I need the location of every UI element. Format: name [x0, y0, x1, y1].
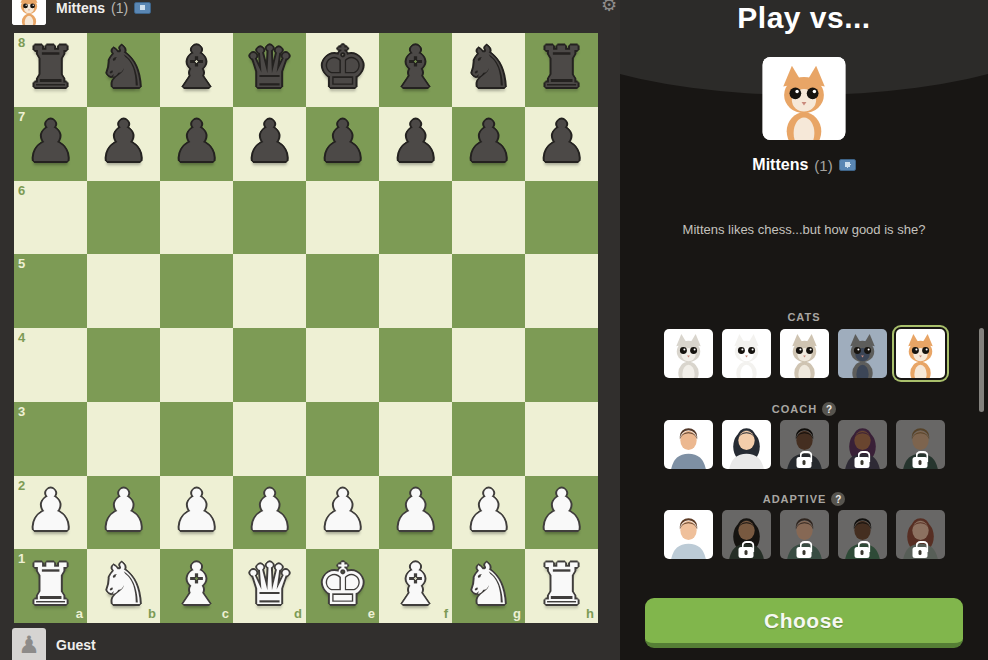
square-c3[interactable] — [160, 402, 233, 476]
black-rook-h8[interactable]: ♜ — [536, 39, 587, 96]
settings-gear-icon[interactable]: ⚙ — [601, 0, 617, 15]
section-label-row-cats: CATS — [620, 311, 988, 323]
coach-1-image — [664, 420, 713, 469]
square-h4[interactable] — [525, 328, 598, 402]
square-c5[interactable] — [160, 254, 233, 328]
square-d8[interactable]: ♛ — [233, 33, 306, 107]
mittens-image — [896, 329, 945, 378]
square-c1[interactable]: c♝ — [160, 549, 233, 623]
square-h8[interactable]: ♜ — [525, 33, 598, 107]
file-label-d: d — [294, 607, 302, 620]
help-icon[interactable]: ? — [822, 402, 836, 416]
square-f5[interactable] — [379, 254, 452, 328]
board-area: Mittens (1) ⚙ 8♜♞♝♛♚♝♞♜7♟♟♟♟♟♟♟♟65432♟♟♟… — [0, 0, 620, 660]
bottom-player-bar: ♟ Guest — [12, 628, 96, 660]
black-bishop-f8[interactable]: ♝ — [390, 39, 441, 96]
square-e2[interactable]: ♟ — [306, 476, 379, 550]
square-c2[interactable]: ♟ — [160, 476, 233, 550]
section-label-row-coach: COACH? — [620, 402, 988, 416]
square-g1[interactable]: g♞ — [452, 549, 525, 623]
panel-scrollbar[interactable] — [979, 328, 984, 412]
bot-avatar-coach-5[interactable] — [896, 420, 945, 469]
square-g3[interactable] — [452, 402, 525, 476]
section-label: COACH — [772, 403, 817, 415]
square-d3[interactable] — [233, 402, 306, 476]
bot-avatar-adaptive-2[interactable] — [722, 510, 771, 559]
lock-icon — [797, 547, 812, 558]
square-a1[interactable]: 1a♜ — [14, 549, 87, 623]
bot-avatar-adaptive-4[interactable] — [838, 510, 887, 559]
black-pawn-a7[interactable]: ♟ — [25, 113, 76, 170]
play-vs-panel: Play vs... Mittens (1) Mittens likes che… — [620, 0, 988, 660]
bot-avatar-white-cat[interactable] — [722, 329, 771, 378]
black-pawn-b7[interactable]: ♟ — [98, 113, 149, 170]
guest-name: Guest — [56, 637, 96, 653]
square-b4[interactable] — [87, 328, 160, 402]
bot-avatar-gray-white-cat[interactable] — [664, 329, 713, 378]
coach-2-image — [722, 420, 771, 469]
square-e8[interactable]: ♚ — [306, 33, 379, 107]
square-b8[interactable]: ♞ — [87, 33, 160, 107]
file-label-b: b — [148, 607, 156, 620]
guest-name-row: Guest — [56, 637, 96, 653]
square-c7[interactable]: ♟ — [160, 107, 233, 181]
square-a6[interactable]: 6 — [14, 181, 87, 255]
square-a3[interactable]: 3 — [14, 402, 87, 476]
square-e7[interactable]: ♟ — [306, 107, 379, 181]
avatar-row-adaptive — [620, 510, 988, 559]
square-f4[interactable] — [379, 328, 452, 402]
black-king-e8[interactable]: ♚ — [317, 39, 368, 96]
bot-avatar-adaptive-1[interactable] — [664, 510, 713, 559]
black-pawn-g7[interactable]: ♟ — [463, 113, 514, 170]
white-knight-g1[interactable]: ♞ — [463, 556, 514, 613]
black-bishop-c8[interactable]: ♝ — [171, 39, 222, 96]
white-pawn-b2[interactable]: ♟ — [98, 482, 149, 539]
section-label-row-adaptive: ADAPTIVE? — [620, 492, 988, 506]
grumpy-cat-image — [780, 329, 829, 378]
square-f3[interactable] — [379, 402, 452, 476]
gray-white-cat-image — [664, 329, 713, 378]
avatar-row-coach — [620, 420, 988, 469]
bot-avatar-coach-3[interactable] — [780, 420, 829, 469]
white-bishop-f1[interactable]: ♝ — [390, 556, 441, 613]
white-pawn-e2[interactable]: ♟ — [317, 482, 368, 539]
square-d2[interactable]: ♟ — [233, 476, 306, 550]
bot-rating: (1) — [814, 157, 832, 174]
rank-label-4: 4 — [18, 331, 25, 344]
square-f7[interactable]: ♟ — [379, 107, 452, 181]
section-label: ADAPTIVE — [763, 493, 827, 505]
square-d6[interactable] — [233, 181, 306, 255]
bot-avatar-coach-4[interactable] — [838, 420, 887, 469]
square-h6[interactable] — [525, 181, 598, 255]
bot-name: Mittens — [752, 156, 808, 174]
black-knight-b8[interactable]: ♞ — [98, 39, 149, 96]
square-a7[interactable]: 7♟ — [14, 107, 87, 181]
avatar-row-cats — [620, 329, 988, 378]
square-g6[interactable] — [452, 181, 525, 255]
lock-icon — [739, 547, 754, 558]
square-b1[interactable]: b♞ — [87, 549, 160, 623]
square-h5[interactable] — [525, 254, 598, 328]
square-b6[interactable] — [87, 181, 160, 255]
square-h3[interactable] — [525, 402, 598, 476]
white-king-e1[interactable]: ♚ — [317, 556, 368, 613]
white-queen-d1[interactable]: ♛ — [244, 556, 295, 613]
black-pawn-f7[interactable]: ♟ — [390, 113, 441, 170]
square-b7[interactable]: ♟ — [87, 107, 160, 181]
white-pawn-c2[interactable]: ♟ — [171, 482, 222, 539]
square-b5[interactable] — [87, 254, 160, 328]
black-knight-g8[interactable]: ♞ — [463, 39, 514, 96]
bot-portrait-mittens — [763, 57, 846, 140]
top-player-bar: Mittens (1) — [12, 0, 151, 25]
black-pawn-c7[interactable]: ♟ — [171, 113, 222, 170]
square-c8[interactable]: ♝ — [160, 33, 233, 107]
square-f1[interactable]: f♝ — [379, 549, 452, 623]
section-label: CATS — [787, 311, 820, 323]
white-pawn-d2[interactable]: ♟ — [244, 482, 295, 539]
square-g2[interactable]: ♟ — [452, 476, 525, 550]
chess-board[interactable]: 8♜♞♝♛♚♝♞♜7♟♟♟♟♟♟♟♟65432♟♟♟♟♟♟♟♟1a♜b♞c♝d♛… — [14, 33, 598, 623]
white-bishop-c1[interactable]: ♝ — [171, 556, 222, 613]
square-g7[interactable]: ♟ — [452, 107, 525, 181]
bot-avatar-coach-1[interactable] — [664, 420, 713, 469]
black-pawn-h7[interactable]: ♟ — [536, 113, 587, 170]
guest-avatar[interactable]: ♟ — [12, 628, 46, 660]
white-pawn-f2[interactable]: ♟ — [390, 482, 441, 539]
file-label-e: e — [368, 607, 375, 620]
black-rook-a8[interactable]: ♜ — [25, 39, 76, 96]
opponent-rating: (1) — [111, 0, 128, 16]
lock-icon — [913, 547, 928, 558]
square-b2[interactable]: ♟ — [87, 476, 160, 550]
square-b3[interactable] — [87, 402, 160, 476]
black-pawn-e7[interactable]: ♟ — [317, 113, 368, 170]
bot-avatar-business-cat[interactable] — [838, 329, 887, 378]
square-d7[interactable]: ♟ — [233, 107, 306, 181]
rank-label-6: 6 — [18, 184, 25, 197]
white-rook-h1[interactable]: ♜ — [536, 556, 587, 613]
lock-icon — [855, 457, 870, 468]
opponent-name-row: Mittens (1) — [56, 0, 151, 16]
file-label-g: g — [513, 607, 521, 620]
lock-icon — [913, 457, 928, 468]
square-d1[interactable]: d♛ — [233, 549, 306, 623]
lock-icon — [797, 457, 812, 468]
square-g8[interactable]: ♞ — [452, 33, 525, 107]
business-cat-image — [838, 329, 887, 378]
square-g4[interactable] — [452, 328, 525, 402]
choose-button[interactable]: Choose — [645, 598, 963, 648]
square-f8[interactable]: ♝ — [379, 33, 452, 107]
black-queen-d8[interactable]: ♛ — [244, 39, 295, 96]
square-d4[interactable] — [233, 328, 306, 402]
help-icon[interactable]: ? — [831, 492, 845, 506]
bot-description: Mittens likes chess...but how good is sh… — [620, 222, 988, 237]
bot-avatar-coach-2[interactable] — [722, 420, 771, 469]
black-pawn-d7[interactable]: ♟ — [244, 113, 295, 170]
square-f6[interactable] — [379, 181, 452, 255]
app-window: Mittens (1) ⚙ 8♜♞♝♛♚♝♞♜7♟♟♟♟♟♟♟♟65432♟♟♟… — [0, 0, 988, 660]
square-a5[interactable]: 5 — [14, 254, 87, 328]
white-knight-b1[interactable]: ♞ — [98, 556, 149, 613]
white-rook-a1[interactable]: ♜ — [25, 556, 76, 613]
rank-label-3: 3 — [18, 405, 25, 418]
square-a2[interactable]: 2♟ — [14, 476, 87, 550]
file-label-h: h — [586, 607, 594, 620]
square-c6[interactable] — [160, 181, 233, 255]
square-h2[interactable]: ♟ — [525, 476, 598, 550]
white-pawn-g2[interactable]: ♟ — [463, 482, 514, 539]
square-a8[interactable]: 8♜ — [14, 33, 87, 107]
square-h7[interactable]: ♟ — [525, 107, 598, 181]
international-flag-icon — [134, 2, 151, 14]
white-pawn-h2[interactable]: ♟ — [536, 482, 587, 539]
panel-title: Play vs... — [620, 1, 988, 35]
bot-avatar-grumpy-cat[interactable] — [780, 329, 829, 378]
international-flag-icon — [839, 159, 856, 171]
bot-avatar-mittens[interactable] — [896, 329, 945, 378]
square-c4[interactable] — [160, 328, 233, 402]
rank-label-5: 5 — [18, 257, 25, 270]
adaptive-1-image — [664, 510, 713, 559]
square-a4[interactable]: 4 — [14, 328, 87, 402]
file-label-c: c — [222, 607, 229, 620]
square-e1[interactable]: e♚ — [306, 549, 379, 623]
square-e5[interactable] — [306, 254, 379, 328]
white-cat-image — [722, 329, 771, 378]
bot-avatar-adaptive-3[interactable] — [780, 510, 829, 559]
opponent-name: Mittens — [56, 0, 105, 16]
lock-icon — [855, 547, 870, 558]
square-e3[interactable] — [306, 402, 379, 476]
square-e4[interactable] — [306, 328, 379, 402]
file-label-f: f — [444, 607, 448, 620]
bot-avatar-adaptive-5[interactable] — [896, 510, 945, 559]
opponent-avatar[interactable] — [12, 0, 46, 25]
white-pawn-a2[interactable]: ♟ — [25, 482, 76, 539]
square-g5[interactable] — [452, 254, 525, 328]
file-label-a: a — [76, 607, 83, 620]
bot-name-row: Mittens (1) — [620, 156, 988, 174]
square-e6[interactable] — [306, 181, 379, 255]
square-d5[interactable] — [233, 254, 306, 328]
square-f2[interactable]: ♟ — [379, 476, 452, 550]
square-h1[interactable]: h♜ — [525, 549, 598, 623]
